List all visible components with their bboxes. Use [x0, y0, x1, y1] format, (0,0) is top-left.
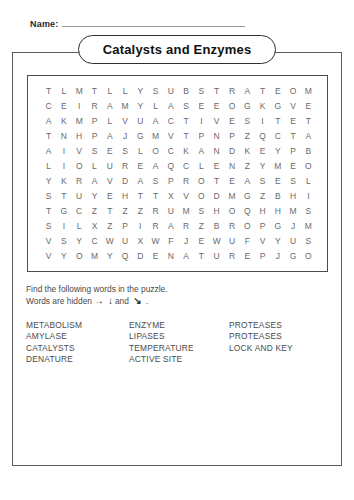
grid-cell: Q: [240, 203, 255, 218]
grid-cell: K: [56, 113, 71, 128]
grid-cell: T: [301, 113, 316, 128]
grid-cell: Y: [87, 188, 102, 203]
grid-cell: L: [301, 173, 316, 188]
grid-cell: U: [133, 113, 148, 128]
grid-cell: U: [224, 233, 239, 248]
grid-cell: W: [209, 233, 224, 248]
grid-cell: E: [270, 83, 285, 98]
grid-cell: X: [87, 218, 102, 233]
grid-cell: B: [301, 143, 316, 158]
worksheet-frame: Catalysts and Enzymes TLMTLLYSUBSTRATEOM…: [12, 52, 342, 466]
arrow-right-icon: →: [92, 295, 106, 306]
word-list-item: AMYLASE: [26, 331, 129, 342]
grid-cell: O: [224, 98, 239, 113]
grid-cell: M: [72, 113, 87, 128]
word-list-item: TEMPERATURE: [129, 343, 229, 354]
grid-cell: Y: [270, 143, 285, 158]
grid-cell: E: [301, 98, 316, 113]
grid-cell: R: [178, 173, 193, 188]
grid-cell: A: [102, 98, 117, 113]
instructions-line1: Find the following words in the puzzle.: [26, 284, 168, 295]
grid-cell: E: [102, 143, 117, 158]
grid-cell: Y: [56, 248, 71, 263]
grid-cell: M: [148, 128, 163, 143]
arrow-diagonal-icon: ↘: [131, 295, 143, 306]
grid-cell: R: [224, 83, 239, 98]
grid-cell: S: [41, 218, 56, 233]
grid-cell: T: [56, 188, 71, 203]
grid-cell: H: [255, 203, 270, 218]
grid-cell: V: [285, 98, 300, 113]
grid-cell: T: [209, 83, 224, 98]
grid-cell: N: [56, 128, 71, 143]
word-list-column: ENZYMELIPASESTEMPERATUREACTIVE SITE: [129, 320, 229, 366]
grid-cell: T: [255, 83, 270, 98]
grid-cell: A: [148, 158, 163, 173]
grid-cell: Z: [87, 203, 102, 218]
word-list-item: LOCK AND KEY: [229, 343, 293, 354]
word-list-item: METABOLISM: [26, 320, 129, 331]
grid-cell: W: [102, 233, 117, 248]
grid-cell: L: [194, 158, 209, 173]
grid-cell: R: [178, 218, 193, 233]
grid-cell: Q: [117, 248, 132, 263]
grid-cell: O: [148, 143, 163, 158]
grid-cell: R: [72, 173, 87, 188]
grid-cell: T: [178, 113, 193, 128]
grid-cell: J: [178, 233, 193, 248]
grid-cell: K: [56, 173, 71, 188]
instructions: Find the following words in the puzzle. …: [26, 284, 168, 307]
name-label: Name:: [30, 19, 59, 29]
grid-cell: U: [102, 158, 117, 173]
word-list-column: METABOLISMAMYLASECATALYSTSDENATURE: [26, 320, 129, 366]
grid-cell: E: [224, 113, 239, 128]
grid-cell: Z: [133, 203, 148, 218]
grid-cell: T: [194, 248, 209, 263]
grid-cell: R: [224, 218, 239, 233]
grid-cell: Y: [255, 158, 270, 173]
grid-cell: A: [163, 218, 178, 233]
grid-cell: C: [163, 143, 178, 158]
word-list-item: ENZYME: [129, 320, 229, 331]
grid-cell: V: [117, 113, 132, 128]
grid-cell: V: [72, 143, 87, 158]
grid-cell: E: [240, 248, 255, 263]
grid-cell: O: [194, 173, 209, 188]
instructions-line2: Words are hidden→↓and ↘ .: [26, 295, 168, 307]
grid-cell: C: [41, 98, 56, 113]
grid-cell: A: [240, 83, 255, 98]
grid-cell: T: [41, 128, 56, 143]
grid-cell: L: [87, 158, 102, 173]
grid-cell: N: [209, 143, 224, 158]
grid-cell: S: [56, 233, 71, 248]
grid-cell: C: [178, 158, 193, 173]
grid-cell: M: [285, 203, 300, 218]
grid-cell: J: [117, 128, 132, 143]
grid-cell: Z: [102, 218, 117, 233]
grid-cell: J: [285, 218, 300, 233]
grid-cell: M: [87, 248, 102, 263]
grid-cell: F: [240, 233, 255, 248]
grid-cell: P: [163, 173, 178, 188]
grid-cell: Z: [255, 188, 270, 203]
grid-cell: Y: [133, 83, 148, 98]
grid-cell: E: [102, 188, 117, 203]
grid-cell: V: [163, 128, 178, 143]
grid-cell: F: [163, 233, 178, 248]
grid-cell: A: [240, 173, 255, 188]
grid-cell: T: [41, 83, 56, 98]
grid-cell: S: [194, 203, 209, 218]
grid-cell: O: [285, 83, 300, 98]
instructions-and-label: and: [115, 296, 129, 306]
grid-cell: N: [209, 128, 224, 143]
grid-cell: P: [285, 143, 300, 158]
grid-cell: T: [87, 83, 102, 98]
grid-cell: A: [178, 248, 193, 263]
grid-cell: S: [194, 83, 209, 98]
grid-cell: E: [209, 98, 224, 113]
name-blank-line: [62, 17, 245, 27]
grid-cell: P: [224, 128, 239, 143]
grid-cell: R: [117, 158, 132, 173]
grid-cell: T: [209, 173, 224, 188]
grid-cell: Y: [270, 233, 285, 248]
grid-cell: Y: [72, 233, 87, 248]
grid-cell: O: [224, 203, 239, 218]
grid-cell: E: [209, 158, 224, 173]
grid-cell: M: [301, 83, 316, 98]
grid-cell: T: [133, 188, 148, 203]
grid-cell: A: [301, 128, 316, 143]
grid-cell: L: [102, 83, 117, 98]
grid-cell: L: [56, 83, 71, 98]
grid-cell: K: [255, 98, 270, 113]
grid-cell: Q: [163, 158, 178, 173]
grid-cell: U: [163, 203, 178, 218]
grid-cell: D: [209, 188, 224, 203]
grid-cell: U: [72, 188, 87, 203]
grid-cell: A: [41, 143, 56, 158]
grid-cell: H: [72, 128, 87, 143]
word-search-grid: TLMTLLYSUBSTRATEOMCEIRAMYLASEEOGKGVEAKMP…: [27, 75, 328, 272]
grid-cell: M: [72, 83, 87, 98]
grid-cell: T: [148, 188, 163, 203]
grid-cell: S: [301, 233, 316, 248]
grid-cell: K: [240, 143, 255, 158]
grid-cell: G: [270, 218, 285, 233]
instructions-line2-prefix: Words are hidden: [26, 296, 92, 306]
grid-cell: C: [270, 128, 285, 143]
grid-cell: L: [102, 113, 117, 128]
grid-cell: U: [209, 248, 224, 263]
name-row: Name:: [30, 13, 245, 31]
grid-cell: L: [133, 143, 148, 158]
grid-cell: Z: [240, 128, 255, 143]
grid-cell: C: [72, 203, 87, 218]
grid-cell: A: [194, 143, 209, 158]
grid-cell: V: [41, 233, 56, 248]
grid-cell: B: [270, 188, 285, 203]
grid-cell: E: [148, 248, 163, 263]
grid-cell: S: [285, 173, 300, 188]
grid-cell: I: [56, 143, 71, 158]
grid-cell: Z: [117, 203, 132, 218]
grid-cell: E: [194, 98, 209, 113]
grid-cell: T: [178, 128, 193, 143]
grid-cell: E: [270, 173, 285, 188]
grid-cell: L: [117, 83, 132, 98]
grid-cell: R: [224, 248, 239, 263]
grid-cell: Y: [41, 173, 56, 188]
grid-cell: I: [56, 218, 71, 233]
grid-cell: P: [194, 128, 209, 143]
grid-cell: U: [117, 233, 132, 248]
grid-cell: M: [270, 158, 285, 173]
grid-cell: G: [285, 248, 300, 263]
grid-cell: V: [255, 233, 270, 248]
grid-cell: M: [224, 188, 239, 203]
grid-cell: M: [178, 203, 193, 218]
grid-cell: X: [163, 188, 178, 203]
grid-cell: D: [117, 173, 132, 188]
grid-cell: V: [102, 173, 117, 188]
grid-cell: A: [102, 128, 117, 143]
instructions-period: .: [146, 296, 148, 306]
grid-cell: P: [117, 218, 132, 233]
grid-cell: J: [270, 248, 285, 263]
grid-cell: S: [41, 188, 56, 203]
grid-cell: S: [148, 173, 163, 188]
grid-cell: E: [133, 158, 148, 173]
grid-cell: I: [301, 188, 316, 203]
grid-cell: V: [178, 188, 193, 203]
grid-cell: H: [285, 188, 300, 203]
grid-cell: N: [224, 158, 239, 173]
word-list-item: LIPASES: [129, 331, 229, 342]
grid-cell: G: [133, 128, 148, 143]
grid-cell: W: [148, 233, 163, 248]
grid-cell: E: [285, 158, 300, 173]
grid-cell: I: [133, 218, 148, 233]
grid-cell: U: [285, 233, 300, 248]
grid-cell: S: [178, 98, 193, 113]
grid-cell: I: [255, 113, 270, 128]
grid-cell: E: [255, 143, 270, 158]
grid-cell: P: [87, 128, 102, 143]
grid-cell: D: [224, 143, 239, 158]
grid-cell: V: [41, 248, 56, 263]
grid-cell: X: [133, 233, 148, 248]
grid-cell: O: [301, 158, 316, 173]
grid-cell: Y: [133, 98, 148, 113]
word-list-item: PROTEASES: [229, 320, 293, 331]
grid-cell: R: [87, 98, 102, 113]
grid-cell: T: [41, 203, 56, 218]
grid-cell: S: [148, 83, 163, 98]
grid-cell: T: [270, 113, 285, 128]
grid-cell: P: [87, 113, 102, 128]
grid-cell: Z: [194, 218, 209, 233]
grid-cell: Z: [240, 158, 255, 173]
grid-cell: O: [301, 248, 316, 263]
grid-cell: N: [163, 248, 178, 263]
grid-cell: A: [41, 113, 56, 128]
grid-cell: S: [240, 113, 255, 128]
grid-cell: R: [148, 203, 163, 218]
grid-cell: P: [255, 218, 270, 233]
word-list: METABOLISMAMYLASECATALYSTSDENATUREENZYME…: [26, 320, 293, 366]
word-list-item: ACTIVE SITE: [129, 354, 229, 365]
word-list-item: DENATURE: [26, 354, 129, 365]
grid-cell: B: [178, 83, 193, 98]
grid-cell: E: [56, 98, 71, 113]
word-list-item: CATALYSTS: [26, 343, 129, 354]
grid-cell: K: [178, 143, 193, 158]
grid-cell: T: [102, 203, 117, 218]
grid-cell: L: [148, 98, 163, 113]
grid-cell: L: [72, 218, 87, 233]
grid-cell: A: [148, 113, 163, 128]
grid-cell: E: [285, 113, 300, 128]
grid-cell: T: [285, 128, 300, 143]
grid-cell: V: [209, 113, 224, 128]
grid-cell: D: [133, 248, 148, 263]
grid-cell: H: [209, 203, 224, 218]
title-banner: Catalysts and Enzymes: [78, 35, 276, 64]
grid-cell: S: [117, 143, 132, 158]
grid-cell: A: [133, 173, 148, 188]
grid-cell: A: [163, 98, 178, 113]
grid-cell: S: [301, 203, 316, 218]
grid-cell: I: [72, 98, 87, 113]
word-list-column: PROTEASESPROTEASESLOCK AND KEY: [229, 320, 293, 354]
grid-cell: M: [301, 218, 316, 233]
grid-cell: I: [194, 113, 209, 128]
grid-cell: G: [270, 98, 285, 113]
grid-cell: H: [117, 188, 132, 203]
grid-cell: L: [41, 158, 56, 173]
grid-cell: O: [240, 218, 255, 233]
grid-cell: Y: [102, 248, 117, 263]
grid-cell: U: [163, 83, 178, 98]
grid-cell: O: [72, 158, 87, 173]
grid-cell: S: [87, 143, 102, 158]
grid-cell: Q: [255, 128, 270, 143]
grid-cell: E: [224, 173, 239, 188]
grid-cell: O: [194, 188, 209, 203]
grid-cell: I: [56, 158, 71, 173]
grid-cell: M: [117, 98, 132, 113]
grid-cell: R: [148, 218, 163, 233]
grid-cell: B: [209, 218, 224, 233]
grid-cell: G: [240, 188, 255, 203]
grid-cell: H: [270, 203, 285, 218]
word-list-item: PROTEASES: [229, 331, 293, 342]
grid-cell: O: [72, 248, 87, 263]
grid-cell: A: [87, 173, 102, 188]
page-title: Catalysts and Enzymes: [103, 42, 252, 57]
grid-cell: C: [87, 233, 102, 248]
grid-cell: S: [255, 173, 270, 188]
grid-cell: P: [255, 248, 270, 263]
grid-cell: E: [194, 233, 209, 248]
grid-cell: C: [163, 113, 178, 128]
grid-cell: G: [240, 98, 255, 113]
arrow-down-icon: ↓: [106, 295, 115, 306]
grid-cell: G: [56, 203, 71, 218]
